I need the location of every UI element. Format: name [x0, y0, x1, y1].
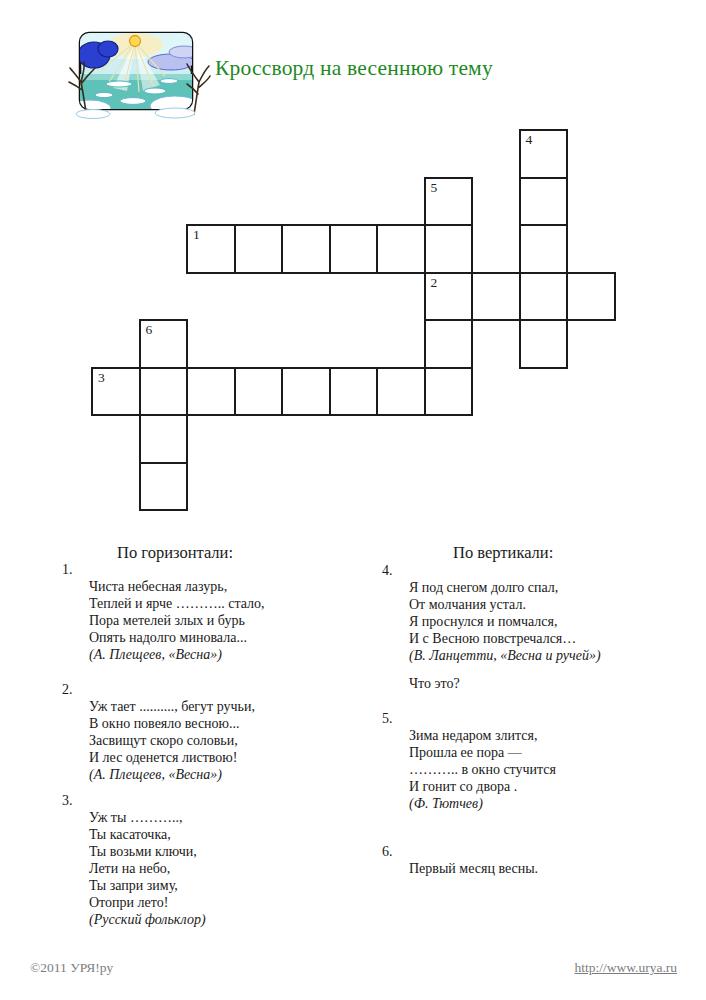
grid-cell — [234, 367, 284, 417]
clue-line: Опять надолго миновала... — [89, 629, 265, 646]
crossword-page: { "game": "crossword", "title": "Кроссво… — [0, 0, 706, 1000]
grid-cell — [376, 224, 426, 274]
clue-number: 2. — [62, 681, 255, 698]
clue-down-5: 5. Зима недаром злится,Прошла ее пора —…… — [382, 710, 556, 812]
clue-line: Лети на небо, — [89, 860, 206, 877]
clue-number: 4. — [382, 562, 601, 579]
grid-cell: 1 — [186, 224, 236, 274]
grid-cell — [424, 367, 474, 417]
clue-line: Пора метелей злых и бурь — [89, 612, 265, 629]
grid-cell — [424, 224, 474, 274]
clue-down-6: 6. Первый месяц весны. — [382, 843, 538, 877]
grid-cell: 2 — [424, 272, 474, 322]
clue-line: Уж ты ……….., — [89, 809, 206, 826]
clue-line: Засвищут скоро соловьи, — [89, 732, 255, 749]
grid-cell — [376, 367, 426, 417]
clue-line: Ты возьми ключи, — [89, 843, 206, 860]
grid-cell-number: 1 — [188, 226, 234, 242]
grid-cell — [519, 319, 569, 369]
clue-text: Зима недаром злится,Прошла ее пора —……….… — [409, 727, 556, 812]
clue-line: От молчания устал. — [409, 596, 601, 613]
clue-line: Я проснулся и помчался, — [409, 613, 601, 630]
grid-cell — [139, 367, 189, 417]
grid-cell — [519, 177, 569, 227]
clue-line: Чиста небесная лазурь, — [89, 578, 265, 595]
clue-question: Что это? — [409, 675, 601, 692]
clue-number: 6. — [382, 843, 538, 860]
grid-cell — [139, 462, 189, 512]
page-title: Кроссворд на весеннюю тему — [215, 56, 493, 81]
clue-line: Ты касаточка, — [89, 826, 206, 843]
clue-source: (В. Ланцетти, «Весна и ручей») — [409, 647, 601, 664]
grid-cell — [139, 414, 189, 464]
clue-line: И с Весною повстречался… — [409, 630, 601, 647]
across-header: По горизонтали: — [117, 543, 233, 563]
clue-across-2: 2. Уж тает .........., бегут ручьи,В окн… — [62, 681, 255, 783]
clue-text: Я под снегом долго спал,От молчания уста… — [409, 579, 601, 692]
clue-number: 5. — [382, 710, 556, 727]
clue-line: Зима недаром злится, — [409, 727, 556, 744]
grid-cell — [471, 272, 521, 322]
clue-source: (Ф. Тютчев) — [409, 795, 556, 812]
grid-cell — [519, 224, 569, 274]
clue-across-3: 3. Уж ты ………..,Ты касаточка,Ты возьми кл… — [62, 792, 206, 928]
grid-cell — [329, 224, 379, 274]
clue-down-4: 4. Я под снегом долго спал,От молчания у… — [382, 562, 601, 692]
grid-cell — [281, 224, 331, 274]
clue-line: И лес оденется листвою! — [89, 749, 255, 766]
grid-cell — [566, 272, 616, 322]
clue-line: Теплей и ярче ……….. стало, — [89, 595, 265, 612]
clue-source: (А. Плещеев, «Весна») — [89, 646, 265, 663]
footer-url-link[interactable]: http://www.urya.ru — [574, 960, 677, 976]
clue-number: 1. — [62, 561, 265, 578]
crossword-grid: 451263 — [92, 130, 615, 510]
clue-number: 3. — [62, 792, 206, 809]
clue-source: (А. Плещеев, «Весна») — [89, 766, 255, 783]
clue-line: И гонит со двора . — [409, 778, 556, 795]
clue-line: Ты запри зиму, — [89, 877, 206, 894]
grid-cell: 3 — [91, 367, 141, 417]
clue-text: Уж ты ………..,Ты касаточка,Ты возьми ключи… — [89, 809, 206, 928]
grid-cell: 4 — [519, 129, 569, 179]
clue-line: Первый месяц весны. — [409, 860, 538, 877]
grid-cell — [186, 367, 236, 417]
clue-text: Первый месяц весны. — [409, 860, 538, 877]
clue-line: В окно повеяло весною... — [89, 715, 255, 732]
grid-cell — [281, 367, 331, 417]
clue-line: ……….. в окно стучится — [409, 761, 556, 778]
grid-cell-number: 2 — [426, 274, 472, 290]
grid-cell-number: 6 — [141, 321, 187, 337]
clue-line: Я под снегом долго спал, — [409, 579, 601, 596]
clue-text: Уж тает .........., бегут ручьи,В окно п… — [89, 698, 255, 783]
clue-across-1: 1. Чиста небесная лазурь,Теплей и ярче …… — [62, 561, 265, 663]
grid-cell-number: 4 — [521, 131, 567, 147]
grid-cell: 6 — [139, 319, 189, 369]
clue-source: (Русский фольклор) — [89, 911, 206, 928]
grid-cell — [519, 272, 569, 322]
clue-text: Чиста небесная лазурь,Теплей и ярче ……….… — [89, 578, 265, 663]
spring-thaw-logo-icon — [63, 24, 211, 120]
grid-cell: 5 — [424, 177, 474, 227]
grid-cell — [329, 367, 379, 417]
clue-line: Уж тает .........., бегут ручьи, — [89, 698, 255, 715]
grid-cell-number: 3 — [93, 369, 139, 385]
grid-cell-number: 5 — [426, 179, 472, 195]
clue-line: Прошла ее пора — — [409, 744, 556, 761]
grid-cell — [424, 319, 474, 369]
grid-cell — [234, 224, 284, 274]
footer-copyright: ©2011 УРЯ!ру — [30, 960, 113, 976]
clue-line: Отопри лето! — [89, 894, 206, 911]
down-header: По вертикали: — [453, 543, 553, 563]
